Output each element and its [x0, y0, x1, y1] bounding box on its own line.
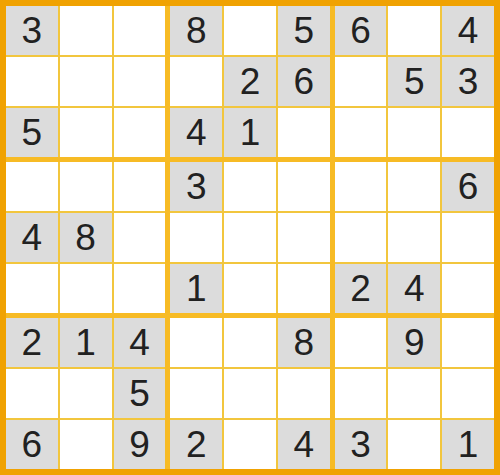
- cell-r7c4-empty[interactable]: [170, 318, 222, 367]
- cell-r8c4-empty[interactable]: [170, 369, 222, 418]
- cell-r7c7-empty[interactable]: [335, 318, 387, 367]
- block-3-3: 931: [335, 318, 494, 469]
- cell-r4c5-empty[interactable]: [224, 162, 276, 211]
- cell-r6c7-given: 2: [335, 264, 387, 313]
- cell-r4c8-empty[interactable]: [388, 162, 440, 211]
- block-3-1: 214569: [6, 318, 165, 469]
- cell-r6c6-empty[interactable]: [278, 264, 330, 313]
- cell-r7c3-given: 4: [114, 318, 166, 367]
- cell-r1c4-given: 8: [170, 6, 222, 55]
- cell-r4c7-empty[interactable]: [335, 162, 387, 211]
- cell-r5c6-empty[interactable]: [278, 213, 330, 262]
- cell-r1c6-given: 5: [278, 6, 330, 55]
- cell-r4c4-given: 3: [170, 162, 222, 211]
- cell-r2c9-given: 3: [442, 57, 494, 106]
- cell-r8c2-empty[interactable]: [60, 369, 112, 418]
- cell-r7c1-given: 2: [6, 318, 58, 367]
- cell-r3c3-empty[interactable]: [114, 108, 166, 157]
- cell-r9c2-empty[interactable]: [60, 420, 112, 469]
- cell-r9c7-given: 3: [335, 420, 387, 469]
- cell-r1c2-empty[interactable]: [60, 6, 112, 55]
- cell-r1c8-empty[interactable]: [388, 6, 440, 55]
- cell-r1c7-given: 6: [335, 6, 387, 55]
- cell-r7c8-given: 9: [388, 318, 440, 367]
- cell-r9c5-empty[interactable]: [224, 420, 276, 469]
- cell-r3c1-given: 5: [6, 108, 58, 157]
- cell-r2c3-empty[interactable]: [114, 57, 166, 106]
- cell-r5c3-empty[interactable]: [114, 213, 166, 262]
- cell-r3c6-empty[interactable]: [278, 108, 330, 157]
- cell-r6c5-empty[interactable]: [224, 264, 276, 313]
- cell-r8c6-empty[interactable]: [278, 369, 330, 418]
- cell-r8c7-empty[interactable]: [335, 369, 387, 418]
- cell-r6c9-empty[interactable]: [442, 264, 494, 313]
- cell-r3c5-given: 1: [224, 108, 276, 157]
- cell-r4c1-empty[interactable]: [6, 162, 58, 211]
- cell-r5c4-empty[interactable]: [170, 213, 222, 262]
- cell-r4c2-empty[interactable]: [60, 162, 112, 211]
- cell-r9c4-given: 2: [170, 420, 222, 469]
- cell-r7c2-given: 1: [60, 318, 112, 367]
- cell-r5c5-empty[interactable]: [224, 213, 276, 262]
- cell-r2c8-given: 5: [388, 57, 440, 106]
- cell-r6c2-empty[interactable]: [60, 264, 112, 313]
- cell-r6c8-given: 4: [388, 264, 440, 313]
- cell-r9c1-given: 6: [6, 420, 58, 469]
- cell-r2c1-empty[interactable]: [6, 57, 58, 106]
- block-3-2: 824: [170, 318, 329, 469]
- cell-r9c9-given: 1: [442, 420, 494, 469]
- block-1-1: 35: [6, 6, 165, 157]
- cell-r2c7-empty[interactable]: [335, 57, 387, 106]
- cell-r3c9-empty[interactable]: [442, 108, 494, 157]
- cell-r5c9-empty[interactable]: [442, 213, 494, 262]
- cell-r2c4-empty[interactable]: [170, 57, 222, 106]
- cell-r4c3-empty[interactable]: [114, 162, 166, 211]
- cell-r8c1-empty[interactable]: [6, 369, 58, 418]
- cell-r2c6-given: 6: [278, 57, 330, 106]
- cell-r4c9-given: 6: [442, 162, 494, 211]
- cell-r6c4-given: 1: [170, 264, 222, 313]
- cell-r1c5-empty[interactable]: [224, 6, 276, 55]
- cell-r8c8-empty[interactable]: [388, 369, 440, 418]
- cell-r8c3-given: 5: [114, 369, 166, 418]
- cell-r5c8-empty[interactable]: [388, 213, 440, 262]
- cell-r8c9-empty[interactable]: [442, 369, 494, 418]
- cell-r3c8-empty[interactable]: [388, 108, 440, 157]
- cell-r1c3-empty[interactable]: [114, 6, 166, 55]
- cell-r7c9-empty[interactable]: [442, 318, 494, 367]
- cell-r6c3-empty[interactable]: [114, 264, 166, 313]
- block-1-3: 6453: [335, 6, 494, 157]
- block-1-2: 852641: [170, 6, 329, 157]
- cell-r8c5-empty[interactable]: [224, 369, 276, 418]
- cell-r9c6-given: 4: [278, 420, 330, 469]
- cell-r2c5-given: 2: [224, 57, 276, 106]
- cell-r5c1-given: 4: [6, 213, 58, 262]
- cell-r3c7-empty[interactable]: [335, 108, 387, 157]
- cell-r3c4-given: 4: [170, 108, 222, 157]
- cell-r5c7-empty[interactable]: [335, 213, 387, 262]
- cell-r4c6-empty[interactable]: [278, 162, 330, 211]
- cell-r9c8-empty[interactable]: [388, 420, 440, 469]
- cell-r1c1-given: 3: [6, 6, 58, 55]
- cell-r7c6-given: 8: [278, 318, 330, 367]
- sudoku-board: 3585264164534831624214569824931: [0, 0, 500, 475]
- block-2-1: 48: [6, 162, 165, 313]
- cell-r3c2-empty[interactable]: [60, 108, 112, 157]
- cell-r2c2-empty[interactable]: [60, 57, 112, 106]
- cell-r5c2-given: 8: [60, 213, 112, 262]
- cell-r7c5-empty[interactable]: [224, 318, 276, 367]
- cell-r1c9-given: 4: [442, 6, 494, 55]
- block-2-2: 31: [170, 162, 329, 313]
- cell-r9c3-given: 9: [114, 420, 166, 469]
- cell-r6c1-empty[interactable]: [6, 264, 58, 313]
- block-2-3: 624: [335, 162, 494, 313]
